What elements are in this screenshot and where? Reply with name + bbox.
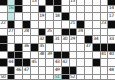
cell-r3c15[interactable]: 17 (108, 13, 115, 20)
cell-r10c1[interactable] (0, 67, 7, 74)
cell-r11c3[interactable] (15, 75, 22, 80)
cell-r10c4[interactable]: 47 (23, 67, 30, 74)
cell-r2c9[interactable] (62, 6, 69, 13)
cell-r4c9[interactable] (62, 21, 69, 28)
cell-r3c13[interactable] (93, 13, 100, 20)
clue-number: 39 (47, 52, 52, 57)
black-cell-r8c3 (15, 52, 22, 59)
clue-number: 44 (8, 59, 13, 64)
cell-r2c4[interactable] (23, 6, 30, 13)
cell-r4c13[interactable] (93, 21, 100, 28)
cell-r7c12[interactable]: 37 (85, 44, 92, 51)
cell-r2c5[interactable] (31, 6, 38, 13)
cell-r2c7[interactable] (46, 6, 53, 13)
cell-r2c14[interactable] (101, 6, 108, 13)
cell-r10c8[interactable]: 49 (54, 67, 61, 74)
cell-r11c6[interactable] (39, 75, 46, 80)
cell-r4c5[interactable] (31, 21, 38, 28)
cell-r5c12[interactable] (85, 29, 92, 36)
black-cell-r2c3 (15, 6, 22, 13)
cell-r6c8[interactable]: 31 (54, 36, 61, 43)
cell-r3c5[interactable] (31, 13, 38, 20)
cell-r10c3[interactable]: 46 (15, 67, 22, 74)
cell-r6c15[interactable]: 33 (108, 36, 115, 43)
black-cell-r2c6 (39, 6, 46, 13)
cell-r5c11[interactable]: 24 (77, 29, 84, 36)
black-cell-r6c1 (0, 36, 7, 43)
cell-r11c13[interactable] (93, 75, 100, 80)
black-cell-r4c2 (8, 21, 15, 28)
clue-number: 34 (93, 36, 98, 41)
cell-r5c2[interactable]: 27 (8, 29, 15, 36)
cell-r8c5[interactable] (31, 52, 38, 59)
cell-r2c10[interactable] (70, 6, 77, 13)
cell-r10c11[interactable] (77, 67, 84, 74)
clue-number: 33 (109, 36, 114, 41)
cell-r5c7[interactable]: 25 (46, 29, 53, 36)
cell-r6c13[interactable]: 34 (93, 36, 100, 43)
cell-r1c11[interactable] (77, 0, 84, 5)
black-cell-r2c8 (54, 6, 61, 13)
cell-r7c2[interactable] (8, 44, 15, 51)
clue-number: 13 (31, 0, 36, 3)
cell-r10c12[interactable] (85, 67, 92, 74)
black-cell-r6c12 (85, 36, 92, 43)
clue-number: 18 (55, 13, 60, 18)
cell-r2c11[interactable] (77, 6, 84, 13)
black-cell-r8c9 (62, 52, 69, 59)
cell-r11c8[interactable]: 51 (54, 75, 61, 80)
cell-r5c3[interactable] (15, 29, 22, 36)
black-cell-r7c15 (108, 44, 115, 51)
clue-number: 28 (24, 29, 29, 34)
cell-r10c6[interactable] (39, 67, 46, 74)
clue-number: 29 (70, 36, 75, 41)
cell-r4c6[interactable] (39, 21, 46, 28)
black-cell-r6c7 (46, 36, 53, 43)
cell-r4c10[interactable]: 21 (70, 21, 77, 28)
cell-r9c15[interactable] (108, 59, 115, 66)
black-cell-r11c9 (62, 75, 69, 80)
cell-r8c4[interactable] (23, 52, 30, 59)
black-cell-r1c3 (15, 0, 22, 5)
cell-r6c9[interactable]: 30 (62, 36, 69, 43)
cell-r3c4[interactable] (23, 13, 30, 20)
cell-r8c15[interactable]: 40 (108, 52, 115, 59)
black-cell-r7c5 (31, 44, 38, 51)
cell-r8c13[interactable] (93, 52, 100, 59)
clue-number: 51 (55, 75, 60, 80)
cell-r3c11[interactable] (77, 13, 84, 20)
cell-r7c9[interactable] (62, 44, 69, 51)
clue-number: 30 (62, 36, 67, 41)
cell-r8c7[interactable]: 39 (46, 52, 53, 59)
cell-r4c12[interactable] (85, 21, 92, 28)
clue-number: 21 (70, 21, 75, 26)
clue-number: 47 (24, 67, 29, 72)
cell-r2c1[interactable] (0, 6, 7, 13)
cell-r5c8[interactable] (54, 29, 61, 36)
clue-number: 24 (78, 29, 83, 34)
cell-r7c7[interactable] (46, 44, 53, 51)
cell-r11c15[interactable] (108, 75, 115, 80)
cell-r9c5[interactable]: 45 (31, 59, 38, 66)
cell-r2c2[interactable]: 16 (8, 6, 15, 13)
cell-r11c7[interactable] (46, 75, 53, 80)
black-cell-r9c3 (15, 59, 22, 66)
cell-r7c6[interactable]: 35 (39, 44, 46, 51)
black-cell-r9c4 (23, 59, 30, 66)
cell-r9c2[interactable]: 44 (8, 59, 15, 66)
cell-r10c5[interactable] (31, 67, 38, 74)
clue-number: 43 (55, 59, 60, 64)
black-cell-r7c3 (15, 44, 22, 51)
cell-r3c6[interactable]: 19 (39, 13, 46, 20)
black-cell-r7c1 (0, 44, 7, 51)
clue-number: 52 (70, 75, 75, 80)
cell-r7c4[interactable]: 36 (23, 44, 30, 51)
cell-r11c11[interactable] (77, 75, 84, 80)
black-cell-r10c2 (8, 67, 15, 74)
cell-r6c11[interactable] (77, 36, 84, 43)
cell-r10c15[interactable]: 48 (108, 67, 115, 74)
cell-r3c8[interactable]: 18 (54, 13, 61, 20)
cell-r11c4[interactable] (23, 75, 30, 80)
clue-number: 32 (39, 36, 44, 41)
cell-r11c12[interactable] (85, 75, 92, 80)
black-cell-r1c8 (54, 0, 61, 5)
clue-number: 38 (39, 52, 44, 57)
cell-r10c13[interactable] (93, 67, 100, 74)
cell-r9c7[interactable] (46, 59, 53, 66)
clue-number: 35 (39, 44, 44, 49)
cell-r1c2[interactable] (8, 0, 15, 5)
black-cell-r4c11 (77, 21, 84, 28)
cell-r1c13[interactable] (93, 0, 100, 5)
cell-r6c6[interactable]: 32 (39, 36, 46, 43)
black-cell-r10c9 (62, 67, 69, 74)
black-cell-r9c13 (93, 59, 100, 66)
cell-r6c4[interactable] (23, 36, 30, 43)
black-cell-r8c2 (8, 52, 15, 59)
cell-r5c4[interactable]: 28 (23, 29, 30, 36)
cell-r6c3[interactable] (15, 36, 22, 43)
black-cell-r10c10 (70, 67, 77, 74)
cell-r1c4[interactable] (23, 0, 30, 5)
cell-r5c13[interactable] (93, 29, 100, 36)
cell-r3c10[interactable] (70, 13, 77, 20)
black-cell-r5c6 (39, 29, 46, 36)
clue-number: 27 (8, 29, 13, 34)
black-cell-r7c13 (93, 44, 100, 51)
cell-r5c5[interactable] (31, 29, 38, 36)
cell-r3c14[interactable] (101, 13, 108, 20)
clue-number: 40 (109, 52, 114, 57)
cell-r8c11[interactable] (77, 52, 84, 59)
black-cell-r5c10 (70, 29, 77, 36)
cell-r9c9[interactable]: 42 (62, 59, 69, 66)
cell-r9c6[interactable] (39, 59, 46, 66)
black-cell-r9c1 (0, 59, 7, 66)
cell-r1c5[interactable]: 13 (31, 0, 38, 5)
cell-r1c9[interactable] (62, 0, 69, 5)
cell-r3c2[interactable] (8, 13, 15, 20)
cell-r11c5[interactable] (31, 75, 38, 80)
cell-r1c12[interactable] (85, 0, 92, 5)
cell-r2c12[interactable] (85, 6, 92, 13)
cell-r9c12[interactable] (85, 59, 92, 66)
black-cell-r1c1 (0, 0, 7, 5)
clue-number: 22 (1, 21, 6, 26)
cell-r9c8[interactable]: 43 (54, 59, 61, 66)
clue-number: 31 (55, 36, 60, 41)
black-cell-r4c15 (108, 21, 115, 28)
cell-r3c3[interactable] (15, 13, 22, 20)
clue-number: 25 (47, 29, 52, 34)
cell-r4c1[interactable]: 22 (0, 21, 7, 28)
cell-r5c14[interactable] (101, 29, 108, 36)
black-cell-r7c14 (101, 44, 108, 51)
clue-number: 19 (39, 13, 44, 18)
cell-r5c15[interactable] (108, 29, 115, 36)
clue-number: 16 (8, 6, 13, 11)
clue-number: 15 (70, 0, 75, 3)
cell-r2c15[interactable]: 14 (108, 6, 115, 13)
cell-r10c14[interactable] (101, 67, 108, 74)
cell-r1c10[interactable]: 15 (70, 0, 77, 5)
cell-r1c14[interactable] (101, 0, 108, 5)
cell-r5c1[interactable] (0, 29, 7, 36)
cell-r6c5[interactable] (31, 36, 38, 43)
clue-number: 23 (101, 21, 106, 26)
clue-number: 46 (16, 67, 21, 72)
clue-number: 41 (101, 52, 106, 57)
cell-r8c6[interactable]: 38 (39, 52, 46, 59)
cell-r4c14[interactable]: 23 (101, 21, 108, 28)
crossword-screenshot: 1315161419181722212327282524323130293433… (0, 0, 115, 80)
cell-r8c10[interactable] (70, 52, 77, 59)
black-cell-r1c7 (46, 0, 53, 5)
cell-r10c7[interactable] (46, 67, 53, 74)
black-cell-r5c9 (62, 29, 69, 36)
cell-r2c13[interactable] (93, 6, 100, 13)
cell-r3c7[interactable] (46, 13, 53, 20)
cell-r9c11[interactable] (77, 59, 84, 66)
cell-r7c10[interactable] (70, 44, 77, 51)
cell-r11c10[interactable]: 52 (70, 75, 77, 80)
cell-r9c14[interactable] (101, 59, 108, 66)
cell-r4c7[interactable] (46, 21, 53, 28)
cell-r11c1[interactable]: 50 (0, 75, 7, 80)
clue-number: 37 (86, 44, 91, 49)
cell-r3c12[interactable] (85, 13, 92, 20)
cell-r6c14[interactable] (101, 36, 108, 43)
clue-number: 17 (109, 13, 114, 18)
black-cell-r8c8 (54, 52, 61, 59)
cell-r3c1[interactable] (0, 13, 7, 20)
cell-r4c8[interactable] (54, 21, 61, 28)
cell-r11c14[interactable] (101, 75, 108, 80)
cell-r8c1[interactable] (0, 52, 7, 59)
clue-number: 45 (31, 59, 36, 64)
cell-r8c14[interactable]: 41 (101, 52, 108, 59)
clue-number: 49 (55, 67, 60, 72)
clue-number: 14 (109, 6, 114, 11)
cell-r4c3[interactable] (15, 21, 22, 28)
cell-r7c8[interactable] (54, 44, 61, 51)
black-cell-r1c15 (108, 0, 115, 5)
cell-r6c2[interactable] (8, 36, 15, 43)
cell-r7c11[interactable] (77, 44, 84, 51)
black-cell-r4c4 (23, 21, 30, 28)
clue-number: 36 (24, 44, 29, 49)
cell-r9c10[interactable] (70, 59, 77, 66)
cell-r6c10[interactable]: 29 (70, 36, 77, 43)
clue-number: 42 (62, 59, 67, 64)
crossword-board: 1315161419181722212327282524323130293433… (0, 0, 115, 80)
clue-number: 48 (109, 67, 114, 72)
black-cell-r11c2 (8, 75, 15, 80)
cell-r8c12[interactable] (85, 52, 92, 59)
black-cell-r3c9 (62, 13, 69, 20)
cell-r1c6[interactable] (39, 0, 46, 5)
clue-number: 50 (1, 75, 6, 80)
